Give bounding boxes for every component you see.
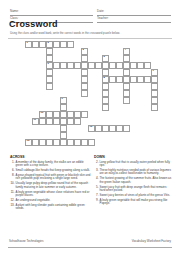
empty-space <box>130 83 137 90</box>
empty-space <box>151 55 158 62</box>
empty-space <box>137 139 144 146</box>
clue-number: 10 <box>41 112 44 114</box>
empty-space <box>53 90 60 97</box>
empty-space <box>158 41 165 48</box>
empty-space <box>144 48 151 55</box>
grid-cell[interactable]: 8 <box>102 76 109 83</box>
empty-space <box>158 104 165 111</box>
empty-space <box>95 111 102 118</box>
empty-space <box>74 125 81 132</box>
empty-space <box>109 118 116 125</box>
empty-space <box>81 118 88 125</box>
grid-cell[interactable] <box>39 41 46 48</box>
empty-space <box>67 97 74 104</box>
empty-space <box>32 83 39 90</box>
empty-space <box>88 97 95 104</box>
empty-space <box>95 97 102 104</box>
grid-cell[interactable] <box>67 139 74 146</box>
empty-space <box>95 69 102 76</box>
grid-cell[interactable] <box>116 76 123 83</box>
grid-cell[interactable]: 11 <box>32 118 39 125</box>
grid-cell[interactable] <box>74 111 81 118</box>
empty-space <box>109 97 116 104</box>
grid-cell[interactable] <box>123 55 130 62</box>
grid-cell[interactable] <box>151 104 158 111</box>
empty-space <box>74 83 81 90</box>
empty-space <box>137 55 144 62</box>
empty-space <box>158 48 165 55</box>
empty-space <box>95 76 102 83</box>
empty-space <box>158 125 165 132</box>
empty-space <box>25 125 32 132</box>
empty-space <box>74 97 81 104</box>
empty-space <box>60 55 67 62</box>
empty-space <box>39 83 46 90</box>
empty-space <box>74 132 81 139</box>
empty-space <box>151 41 158 48</box>
empty-space <box>151 111 158 118</box>
grid-cell[interactable] <box>81 55 88 62</box>
empty-space <box>74 55 81 62</box>
grid-cell[interactable] <box>60 41 67 48</box>
clue-item-text: These highly nutritious seeded pods of v… <box>100 169 173 176</box>
empty-space <box>39 76 46 83</box>
grid-cell[interactable] <box>151 83 158 90</box>
empty-space <box>60 90 67 97</box>
grid-cell[interactable]: 5 <box>102 55 109 62</box>
empty-space <box>130 125 137 132</box>
grid-cell[interactable] <box>102 62 109 69</box>
grid-cell[interactable] <box>123 76 130 83</box>
clue-number: 1 <box>27 42 28 44</box>
grid-cell[interactable] <box>32 139 39 146</box>
empty-space <box>67 90 74 97</box>
empty-space <box>102 132 109 139</box>
grid-cell[interactable] <box>123 125 130 132</box>
empty-space <box>39 97 46 104</box>
instructions-text: Using the clues and/or word bank, write … <box>10 32 170 35</box>
empty-space <box>109 41 116 48</box>
grid-cell[interactable] <box>53 111 60 118</box>
grid-cell[interactable]: 12 <box>88 125 95 132</box>
empty-space <box>53 76 60 83</box>
grid-cell[interactable] <box>39 139 46 146</box>
teacher-label: Teacher: <box>97 17 109 20</box>
empty-space <box>95 41 102 48</box>
empty-space <box>95 132 102 139</box>
empty-space <box>53 125 60 132</box>
empty-space <box>46 97 53 104</box>
empty-space <box>102 139 109 146</box>
clue-item: 6.Small cabbage-like heads that keep gro… <box>10 169 91 172</box>
teacher-field[interactable]: Teacher: <box>97 17 171 23</box>
empty-space <box>151 118 158 125</box>
empty-space <box>130 55 137 62</box>
clue-item: 4.The fastest growing of the summer frui… <box>94 177 172 184</box>
empty-space <box>158 83 165 90</box>
grid-cell[interactable] <box>60 104 67 111</box>
empty-space <box>88 76 95 83</box>
grid-cell[interactable] <box>102 69 109 76</box>
clue-number: 9 <box>62 98 63 100</box>
grid-cell[interactable] <box>144 76 151 83</box>
grid-cell[interactable] <box>60 125 67 132</box>
empty-space <box>109 55 116 62</box>
empty-space <box>88 90 95 97</box>
empty-space <box>67 83 74 90</box>
empty-space <box>109 132 116 139</box>
empty-space <box>158 132 165 139</box>
empty-space <box>109 139 116 146</box>
empty-space <box>130 139 137 146</box>
empty-space <box>123 118 130 125</box>
clue-number: 11 <box>34 119 37 121</box>
empty-space <box>53 97 60 104</box>
empty-space <box>158 139 165 146</box>
footer-brand-left: Schoolhouse Technologies <box>9 240 43 243</box>
empty-space <box>32 132 39 139</box>
grid-cell[interactable] <box>60 132 67 139</box>
grid-cell[interactable] <box>74 62 81 69</box>
empty-space <box>116 83 123 90</box>
grid-cell[interactable] <box>67 41 74 48</box>
empty-space <box>144 118 151 125</box>
empty-space <box>88 83 95 90</box>
empty-space <box>39 90 46 97</box>
date-label: Date: <box>97 10 104 13</box>
clue-item: 10.Usually large pulpy deep-yellow round… <box>10 182 91 189</box>
empty-space <box>46 90 53 97</box>
footer-brand-right: Vocabulary Worksheet Factory <box>132 240 171 243</box>
grid-cell[interactable]: 10 <box>39 111 46 118</box>
empty-space <box>60 69 67 76</box>
empty-space <box>144 69 151 76</box>
empty-space <box>74 69 81 76</box>
grid-cell[interactable] <box>46 83 53 90</box>
empty-space <box>130 111 137 118</box>
clue-number: 3 <box>83 49 84 51</box>
clue-item-text: A plant with long slender pods containin… <box>16 204 92 211</box>
empty-space <box>158 97 165 104</box>
clue-item: 8.A pear-shaped tropical fruit with gree… <box>10 174 91 181</box>
grid-cell[interactable] <box>151 90 158 97</box>
empty-space <box>130 48 137 55</box>
grid-cell[interactable] <box>81 76 88 83</box>
grid-cell[interactable]: 6 <box>46 62 53 69</box>
empty-space <box>144 41 151 48</box>
grid-cell[interactable] <box>46 139 53 146</box>
grid-cell[interactable] <box>102 97 109 104</box>
empty-space <box>137 90 144 97</box>
empty-space <box>144 139 151 146</box>
empty-space <box>88 48 95 55</box>
grid-cell[interactable]: 1 <box>25 41 32 48</box>
empty-space <box>123 132 130 139</box>
empty-space <box>39 55 46 62</box>
grid-cell[interactable] <box>81 90 88 97</box>
grid-cell[interactable] <box>46 111 53 118</box>
empty-space <box>123 111 130 118</box>
empty-space <box>116 90 123 97</box>
empty-space <box>81 97 88 104</box>
empty-space <box>137 69 144 76</box>
empty-space <box>74 76 81 83</box>
empty-space <box>25 118 32 125</box>
clue-item-text: Long yellow fruit that is usually eaten … <box>100 161 173 168</box>
empty-space <box>88 41 95 48</box>
grid-cell[interactable] <box>130 62 137 69</box>
empty-space <box>88 111 95 118</box>
down-heading: DOWN <box>94 156 172 159</box>
empty-space <box>88 69 95 76</box>
clue-item-text: Sweet juicy berries of vines of plants o… <box>100 194 170 197</box>
empty-space <box>53 55 60 62</box>
empty-space <box>46 104 53 111</box>
grid-cell[interactable] <box>74 118 81 125</box>
grid-cell[interactable]: 3 <box>81 48 88 55</box>
across-clues-section: ACROSS 1.A member of the daisy family, t… <box>10 156 91 212</box>
empty-space <box>39 62 46 69</box>
grid-cell[interactable] <box>137 62 144 69</box>
clue-item-text: A leafy green vegetable whose close rela… <box>16 191 92 198</box>
clue-item-text: Small cabbage-like heads that keep growi… <box>16 169 91 172</box>
grid-cell[interactable]: 2 <box>46 41 53 48</box>
grid-cell[interactable] <box>32 41 39 48</box>
empty-space <box>67 55 74 62</box>
grid-cell[interactable] <box>39 118 46 125</box>
empty-space <box>53 69 60 76</box>
empty-space <box>130 69 137 76</box>
clue-item: 5.Sweet juicy fruit with deep orange fle… <box>94 186 172 193</box>
grid-cell[interactable] <box>60 111 67 118</box>
grid-cell[interactable] <box>81 83 88 90</box>
empty-space <box>39 104 46 111</box>
grid-cell[interactable] <box>67 111 74 118</box>
empty-space <box>116 132 123 139</box>
crossword-grid: 12345678910111213 <box>25 41 165 146</box>
empty-space <box>74 104 81 111</box>
empty-space <box>32 69 39 76</box>
empty-space <box>81 132 88 139</box>
empty-space <box>137 104 144 111</box>
empty-space <box>32 111 39 118</box>
empty-space <box>137 41 144 48</box>
empty-space <box>137 132 144 139</box>
grid-cell[interactable] <box>81 69 88 76</box>
empty-space <box>74 90 81 97</box>
grid-cell[interactable] <box>60 139 67 146</box>
grid-cell[interactable] <box>88 139 95 146</box>
clue-item: 13.A plant with long slender pods contai… <box>10 204 91 211</box>
grid-cell[interactable] <box>102 125 109 132</box>
empty-space <box>39 69 46 76</box>
grid-cell[interactable] <box>53 139 60 146</box>
grid-cell[interactable] <box>81 139 88 146</box>
empty-space <box>130 104 137 111</box>
grid-cell[interactable] <box>144 62 151 69</box>
empty-space <box>88 118 95 125</box>
grid-cell[interactable] <box>67 62 74 69</box>
grid-cell[interactable] <box>46 69 53 76</box>
grid-cell[interactable] <box>46 76 53 83</box>
grid-cell[interactable] <box>46 118 53 125</box>
empty-space <box>74 48 81 55</box>
grid-cell[interactable]: 4 <box>123 48 130 55</box>
grid-cell[interactable] <box>116 125 123 132</box>
empty-space <box>123 41 130 48</box>
grid-cell[interactable] <box>88 62 95 69</box>
grid-cell[interactable] <box>81 111 88 118</box>
empty-space <box>116 69 123 76</box>
clue-item: 7.Sweet juicy berries of vines of plants… <box>94 194 172 197</box>
empty-space <box>32 48 39 55</box>
grid-cell[interactable] <box>137 76 144 83</box>
empty-space <box>102 118 109 125</box>
empty-space <box>25 83 32 90</box>
empty-space <box>116 139 123 146</box>
empty-space <box>67 132 74 139</box>
grid-cell[interactable] <box>46 55 53 62</box>
empty-space <box>25 48 32 55</box>
grid-cell[interactable] <box>151 76 158 83</box>
empty-space <box>32 97 39 104</box>
empty-space <box>53 83 60 90</box>
empty-space <box>25 62 32 69</box>
grid-cell[interactable] <box>123 62 130 69</box>
clue-number: 6 <box>48 63 49 65</box>
empty-space <box>95 104 102 111</box>
grid-cell[interactable]: 13 <box>25 139 32 146</box>
empty-space <box>116 111 123 118</box>
empty-space <box>95 55 102 62</box>
empty-space <box>109 83 116 90</box>
empty-space <box>95 90 102 97</box>
empty-space <box>130 118 137 125</box>
empty-space <box>32 90 39 97</box>
empty-space <box>32 104 39 111</box>
grid-cell[interactable] <box>123 90 130 97</box>
empty-space <box>25 90 32 97</box>
empty-space <box>158 90 165 97</box>
empty-space <box>53 48 60 55</box>
grid-cell[interactable]: 7 <box>151 69 158 76</box>
page-title: Crossword <box>9 20 58 29</box>
empty-space <box>25 132 32 139</box>
empty-space <box>158 69 165 76</box>
empty-space <box>39 125 46 132</box>
header-divider <box>8 38 172 39</box>
empty-space <box>137 118 144 125</box>
grid-cell[interactable] <box>60 118 67 125</box>
grid-cell[interactable] <box>46 48 53 55</box>
grid-cell[interactable] <box>102 90 109 97</box>
grid-cell[interactable] <box>102 83 109 90</box>
empty-space <box>116 55 123 62</box>
empty-space <box>144 55 151 62</box>
clue-item: 11.A leafy green vegetable whose close r… <box>10 191 91 198</box>
grid-cell[interactable] <box>74 139 81 146</box>
empty-space <box>158 118 165 125</box>
grid-cell[interactable] <box>130 76 137 83</box>
empty-space <box>67 76 74 83</box>
clue-number: 8 <box>104 77 105 79</box>
grid-cell[interactable] <box>151 97 158 104</box>
clue-item-text: A pear-shaped tropical fruit with green … <box>16 174 92 181</box>
clue-item: 9.A leafy green vegetable that will make… <box>94 199 172 206</box>
empty-space <box>25 97 32 104</box>
empty-space <box>116 48 123 55</box>
grid-cell[interactable] <box>123 83 130 90</box>
grid-cell[interactable] <box>67 118 74 125</box>
empty-space <box>88 104 95 111</box>
grid-cell[interactable] <box>102 104 109 111</box>
worksheet-page: { "game": "crossword", "header": { "name… <box>0 0 180 255</box>
empty-space <box>116 41 123 48</box>
empty-space <box>109 104 116 111</box>
grid-cell[interactable] <box>53 62 60 69</box>
grid-cell[interactable]: 9 <box>60 97 67 104</box>
grid-cell[interactable] <box>95 125 102 132</box>
clue-item: 2.Long yellow fruit that is usually eate… <box>94 161 172 168</box>
clue-number: 13 <box>27 140 30 142</box>
empty-space <box>25 69 32 76</box>
grid-cell[interactable] <box>123 97 130 104</box>
grid-cell[interactable] <box>81 62 88 69</box>
clue-number: 12 <box>90 126 93 128</box>
grid-cell[interactable] <box>60 62 67 69</box>
empty-space <box>137 111 144 118</box>
empty-space <box>32 62 39 69</box>
empty-space <box>123 104 130 111</box>
clue-item-text: A leafy green vegetable that will make y… <box>100 199 173 206</box>
name-field[interactable]: Name: <box>10 10 93 16</box>
empty-space <box>88 132 95 139</box>
grid-cell[interactable] <box>109 62 116 69</box>
empty-space <box>151 48 158 55</box>
empty-space <box>32 76 39 83</box>
empty-space <box>137 48 144 55</box>
empty-space <box>39 132 46 139</box>
empty-space <box>67 69 74 76</box>
empty-space <box>158 111 165 118</box>
grid-cell[interactable] <box>53 118 60 125</box>
empty-space <box>109 69 116 76</box>
empty-space <box>137 97 144 104</box>
empty-space <box>25 104 32 111</box>
empty-space <box>32 55 39 62</box>
footer-divider <box>8 247 172 248</box>
empty-space <box>81 41 88 48</box>
clue-item-text: Sweet juicy fruit with deep orange flesh… <box>100 186 173 193</box>
clue-number: 5 <box>104 56 105 58</box>
empty-space <box>102 41 109 48</box>
grid-cell[interactable] <box>53 41 60 48</box>
empty-space <box>109 48 116 55</box>
empty-space <box>39 48 46 55</box>
empty-space <box>32 125 39 132</box>
grid-cell[interactable] <box>109 125 116 132</box>
grid-cell[interactable] <box>95 62 102 69</box>
empty-space <box>123 139 130 146</box>
clue-item-text: An underground vegetable. <box>16 199 51 202</box>
grid-cell[interactable] <box>116 62 123 69</box>
grid-cell[interactable] <box>109 76 116 83</box>
empty-space <box>130 41 137 48</box>
empty-space <box>53 132 60 139</box>
grid-cell[interactable] <box>123 69 130 76</box>
empty-space <box>60 83 67 90</box>
clue-item: 1.A member of the daisy family, the stal… <box>10 161 91 168</box>
